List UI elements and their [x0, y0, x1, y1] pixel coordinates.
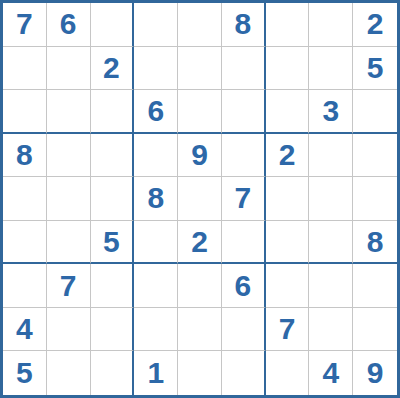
cell-r4c5[interactable]: 9 [178, 134, 222, 178]
cell-r8c2[interactable] [47, 308, 91, 352]
cell-r2c7[interactable] [266, 47, 310, 91]
cell-r3c1[interactable] [3, 90, 47, 134]
cell-r9c6[interactable] [222, 351, 266, 395]
cell-r1c5[interactable] [178, 3, 222, 47]
cell-r5c7[interactable] [266, 177, 310, 221]
cell-r7c4[interactable] [134, 264, 178, 308]
cell-r9c4[interactable]: 1 [134, 351, 178, 395]
cell-r9c7[interactable] [266, 351, 310, 395]
cell-r4c7[interactable]: 2 [266, 134, 310, 178]
cell-r5c5[interactable] [178, 177, 222, 221]
cell-r5c3[interactable] [91, 177, 135, 221]
cell-r5c6[interactable]: 7 [222, 177, 266, 221]
cell-r8c8[interactable] [309, 308, 353, 352]
cell-r6c3[interactable]: 5 [91, 221, 135, 265]
cell-r8c7[interactable]: 7 [266, 308, 310, 352]
cell-r3c5[interactable] [178, 90, 222, 134]
cell-r4c4[interactable] [134, 134, 178, 178]
cell-r5c8[interactable] [309, 177, 353, 221]
cell-r4c2[interactable] [47, 134, 91, 178]
cell-r5c2[interactable] [47, 177, 91, 221]
cell-r9c2[interactable] [47, 351, 91, 395]
cell-r3c9[interactable] [353, 90, 397, 134]
cell-r9c5[interactable] [178, 351, 222, 395]
cell-r8c1[interactable]: 4 [3, 308, 47, 352]
cell-r6c4[interactable] [134, 221, 178, 265]
cell-r2c6[interactable] [222, 47, 266, 91]
cell-r5c1[interactable] [3, 177, 47, 221]
cell-r2c4[interactable] [134, 47, 178, 91]
cell-r3c7[interactable] [266, 90, 310, 134]
cell-r1c9[interactable]: 2 [353, 3, 397, 47]
cell-r3c2[interactable] [47, 90, 91, 134]
cell-r9c3[interactable] [91, 351, 135, 395]
cell-r2c3[interactable]: 2 [91, 47, 135, 91]
cell-r7c7[interactable] [266, 264, 310, 308]
sudoku-board: 768225638928752876475149 [0, 0, 400, 398]
cell-r9c1[interactable]: 5 [3, 351, 47, 395]
cell-r1c4[interactable] [134, 3, 178, 47]
cell-r6c7[interactable] [266, 221, 310, 265]
cell-r7c5[interactable] [178, 264, 222, 308]
cell-r6c6[interactable] [222, 221, 266, 265]
cell-r8c4[interactable] [134, 308, 178, 352]
cell-r1c7[interactable] [266, 3, 310, 47]
cell-r1c2[interactable]: 6 [47, 3, 91, 47]
cell-r8c3[interactable] [91, 308, 135, 352]
cell-r3c8[interactable]: 3 [309, 90, 353, 134]
cell-r7c9[interactable] [353, 264, 397, 308]
cell-r5c4[interactable]: 8 [134, 177, 178, 221]
cell-r3c3[interactable] [91, 90, 135, 134]
cell-r6c5[interactable]: 2 [178, 221, 222, 265]
cell-r9c8[interactable]: 4 [309, 351, 353, 395]
cell-r3c4[interactable]: 6 [134, 90, 178, 134]
cell-r7c3[interactable] [91, 264, 135, 308]
cell-r7c1[interactable] [3, 264, 47, 308]
cell-r8c6[interactable] [222, 308, 266, 352]
cell-r1c1[interactable]: 7 [3, 3, 47, 47]
cell-r2c5[interactable] [178, 47, 222, 91]
cell-r6c9[interactable]: 8 [353, 221, 397, 265]
cell-r4c1[interactable]: 8 [3, 134, 47, 178]
cell-r4c9[interactable] [353, 134, 397, 178]
cell-r9c9[interactable]: 9 [353, 351, 397, 395]
cell-r1c6[interactable]: 8 [222, 3, 266, 47]
cell-r6c8[interactable] [309, 221, 353, 265]
cell-r6c2[interactable] [47, 221, 91, 265]
sudoku-page: 768225638928752876475149 [0, 0, 400, 398]
cell-r1c8[interactable] [309, 3, 353, 47]
cell-r7c8[interactable] [309, 264, 353, 308]
cell-r3c6[interactable] [222, 90, 266, 134]
cell-r7c2[interactable]: 7 [47, 264, 91, 308]
cell-r2c9[interactable]: 5 [353, 47, 397, 91]
cell-r2c1[interactable] [3, 47, 47, 91]
cell-r2c8[interactable] [309, 47, 353, 91]
cell-r7c6[interactable]: 6 [222, 264, 266, 308]
cell-r1c3[interactable] [91, 3, 135, 47]
cell-r4c3[interactable] [91, 134, 135, 178]
cell-r4c8[interactable] [309, 134, 353, 178]
cell-r2c2[interactable] [47, 47, 91, 91]
cell-r8c5[interactable] [178, 308, 222, 352]
cell-r8c9[interactable] [353, 308, 397, 352]
cell-r4c6[interactable] [222, 134, 266, 178]
cell-r5c9[interactable] [353, 177, 397, 221]
cell-r6c1[interactable] [3, 221, 47, 265]
